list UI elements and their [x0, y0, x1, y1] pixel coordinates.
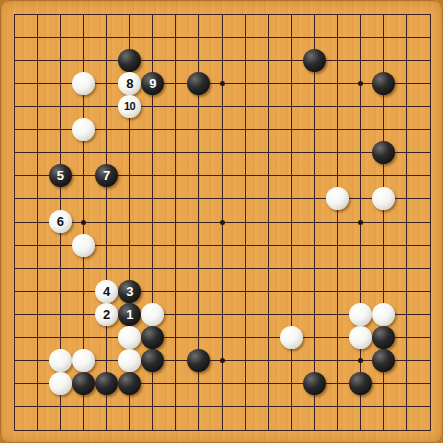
go-stone-white: 2 — [95, 303, 118, 326]
go-stone-white — [118, 349, 141, 372]
go-stone-black — [72, 372, 95, 395]
go-stone-black: 1 — [118, 303, 141, 326]
go-stone-white — [72, 72, 95, 95]
move-number-label: 10 — [124, 101, 135, 112]
go-stone-white — [72, 349, 95, 372]
go-stone-black — [303, 49, 326, 72]
go-stone-black — [141, 349, 164, 372]
move-number-label: 5 — [57, 169, 64, 182]
move-number-label: 3 — [126, 285, 133, 298]
go-stone-black — [118, 372, 141, 395]
go-stone-white: 4 — [95, 280, 118, 303]
move-number-label: 4 — [103, 285, 110, 298]
move-number-label: 1 — [126, 308, 133, 321]
go-stone-black — [372, 326, 395, 349]
go-stone-black — [187, 349, 210, 372]
go-stone-black: 9 — [141, 72, 164, 95]
go-stone-white — [118, 326, 141, 349]
go-stone-white — [280, 326, 303, 349]
go-stone-white: 6 — [49, 210, 72, 233]
move-number-label: 8 — [126, 77, 133, 90]
go-stone-white — [49, 372, 72, 395]
go-stone-white — [141, 303, 164, 326]
go-stone-white — [349, 326, 372, 349]
go-stone-black — [95, 372, 118, 395]
go-stone-white — [72, 234, 95, 257]
go-stone-black — [372, 141, 395, 164]
go-stone-black — [372, 349, 395, 372]
go-stone-white — [49, 349, 72, 372]
go-stone-black: 3 — [118, 280, 141, 303]
go-stone-white: 10 — [118, 95, 141, 118]
go-stone-white — [372, 187, 395, 210]
go-stone-black — [141, 326, 164, 349]
go-stone-black — [118, 49, 141, 72]
stones-layer: 89105764321 — [2, 2, 441, 441]
go-stone-white — [326, 187, 349, 210]
go-stone-black — [187, 72, 210, 95]
go-stone-white — [349, 303, 372, 326]
go-stone-black: 7 — [95, 164, 118, 187]
move-number-label: 9 — [149, 77, 156, 90]
go-stone-black — [349, 372, 372, 395]
go-stone-white — [72, 118, 95, 141]
move-number-label: 6 — [57, 215, 64, 228]
go-stone-black — [303, 372, 326, 395]
go-stone-black — [372, 72, 395, 95]
go-board[interactable]: 89105764321 — [0, 0, 443, 443]
move-number-label: 2 — [103, 308, 110, 321]
go-stone-white: 8 — [118, 72, 141, 95]
move-number-label: 7 — [103, 169, 110, 182]
go-stone-black: 5 — [49, 164, 72, 187]
go-stone-white — [372, 303, 395, 326]
